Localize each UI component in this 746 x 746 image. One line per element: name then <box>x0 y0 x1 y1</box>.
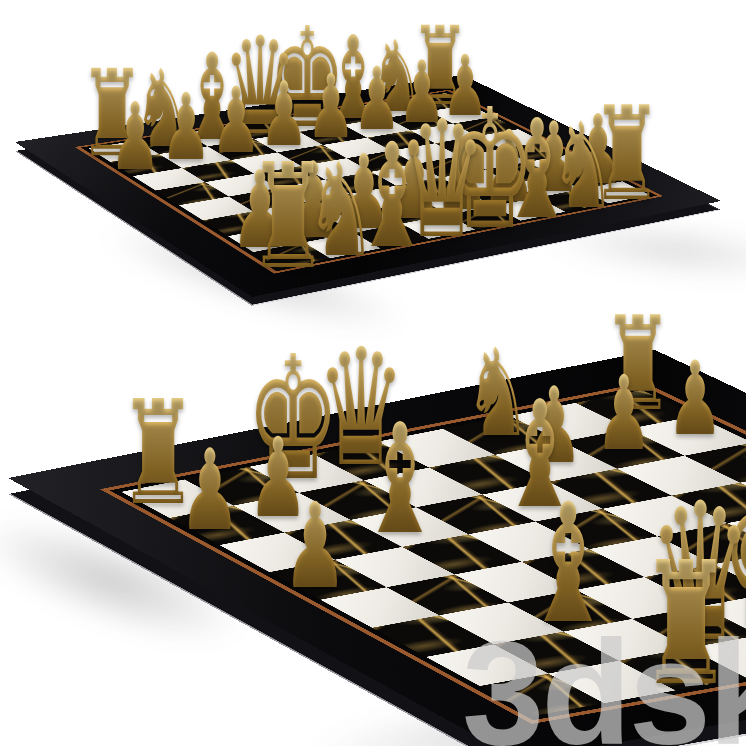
board-squares <box>121 390 746 716</box>
board-trim <box>100 382 746 724</box>
